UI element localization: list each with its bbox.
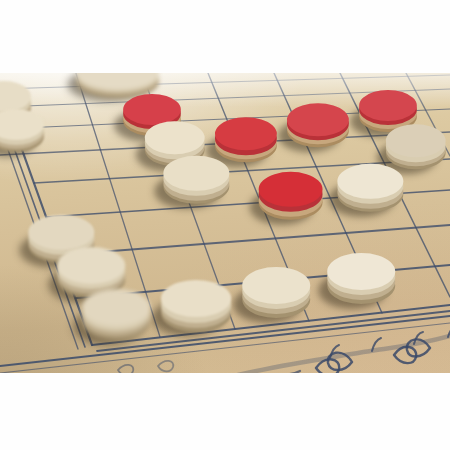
- letterbox-top: [0, 0, 450, 73]
- disc-glyph: ●: [322, 243, 400, 292]
- letterbox-bottom: [0, 373, 450, 450]
- disc-glyph: ●: [283, 95, 354, 138]
- disc-glyph: ●: [77, 279, 155, 328]
- disc-glyph: ●: [254, 162, 327, 208]
- disc-glyph: ●: [237, 257, 315, 306]
- disc-glyph: ●: [332, 154, 407, 200]
- disc-glyph: ●: [156, 270, 236, 319]
- screenshot-canvas: ●●●●●●●●●●●●●●●●●●: [0, 0, 450, 450]
- pieces-layer: ●●●●●●●●●●●●●●●●●●: [0, 73, 450, 373]
- board-photo: ●●●●●●●●●●●●●●●●●●: [0, 73, 450, 373]
- disc-glyph: ●: [0, 101, 48, 142]
- disc-glyph: ●: [158, 146, 233, 192]
